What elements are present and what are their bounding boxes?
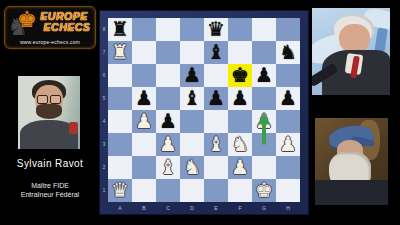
square-b8[interactable] (132, 18, 156, 41)
piece-black-bishop: ♝ (204, 41, 228, 64)
rank-label-7: 7 (100, 41, 108, 64)
rank-label-8: 8 (100, 18, 108, 41)
piece-black-pawn: ♟ (252, 64, 276, 87)
piece-black-pawn: ♟ (276, 87, 300, 110)
rank-label-1: 1 (100, 179, 108, 202)
square-e5[interactable]: ♟ (204, 87, 228, 110)
square-a5[interactable] (108, 87, 132, 110)
square-g2[interactable] (252, 156, 276, 179)
square-h3[interactable]: ♟ (276, 133, 300, 156)
europe-echecs-logo: ♞ ♚ EUROPE ECHECS www.europe-echecs.com (4, 6, 96, 49)
piece-black-bishop: ♝ (180, 87, 204, 110)
file-label-a: A (108, 204, 132, 212)
piece-black-pawn: ♟ (228, 87, 252, 110)
square-h5[interactable]: ♟ (276, 87, 300, 110)
square-d8[interactable] (180, 18, 204, 41)
square-h2[interactable] (276, 156, 300, 179)
square-f3[interactable]: ♞ (228, 133, 252, 156)
presenter-photo (18, 76, 80, 149)
square-f6[interactable]: ♚ (228, 64, 252, 87)
file-label-f: F (228, 204, 252, 212)
square-c4[interactable]: ♟ (156, 110, 180, 133)
piece-white-pawn: ♟ (228, 156, 252, 179)
square-d7[interactable] (180, 41, 204, 64)
square-c7[interactable] (156, 41, 180, 64)
piece-black-knight: ♞ (276, 41, 300, 64)
square-a3[interactable] (108, 133, 132, 156)
square-h8[interactable] (276, 18, 300, 41)
square-f2[interactable]: ♟ (228, 156, 252, 179)
square-b2[interactable] (132, 156, 156, 179)
piece-white-pawn: ♟ (276, 133, 300, 156)
square-d3[interactable] (180, 133, 204, 156)
file-label-e: E (204, 204, 228, 212)
square-b5[interactable]: ♟ (132, 87, 156, 110)
square-d4[interactable] (180, 110, 204, 133)
square-d5[interactable]: ♝ (180, 87, 204, 110)
square-a1[interactable]: ♛ (108, 179, 132, 202)
square-f1[interactable] (228, 179, 252, 202)
square-f8[interactable] (228, 18, 252, 41)
rank-labels: 87654321 (100, 18, 108, 202)
piece-white-rook: ♜ (108, 41, 132, 64)
piece-white-pawn: ♟ (156, 133, 180, 156)
square-h6[interactable] (276, 64, 300, 87)
square-c3[interactable]: ♟ (156, 133, 180, 156)
piece-black-pawn: ♟ (204, 87, 228, 110)
glasses-icon (37, 95, 61, 102)
presenter-beard (36, 104, 62, 119)
piece-black-pawn: ♟ (156, 110, 180, 133)
square-b4[interactable]: ♟ (132, 110, 156, 133)
piece-white-pawn: ♟ (132, 110, 156, 133)
piece-white-knight: ♞ (180, 156, 204, 179)
presenter-name: Sylvain Ravot (0, 158, 100, 169)
square-f7[interactable] (228, 41, 252, 64)
file-label-g: G (252, 204, 276, 212)
file-labels: ABCDEFGH (108, 204, 300, 212)
file-label-b: B (132, 204, 156, 212)
rank-label-6: 6 (100, 64, 108, 87)
rank-label-5: 5 (100, 87, 108, 110)
square-h1[interactable] (276, 179, 300, 202)
piece-black-pawn: ♟ (180, 64, 204, 87)
file-label-h: H (276, 204, 300, 212)
logo-line-2: ECHECS (41, 22, 93, 33)
piece-black-rook: ♜ (108, 18, 132, 41)
square-h7[interactable]: ♞ (276, 41, 300, 64)
square-h4[interactable] (276, 110, 300, 133)
rank-label-4: 4 (100, 110, 108, 133)
square-a4[interactable] (108, 110, 132, 133)
rank-label-3: 3 (100, 133, 108, 156)
square-e3[interactable]: ♝ (204, 133, 228, 156)
square-e6[interactable] (204, 64, 228, 87)
file-label-c: C (156, 204, 180, 212)
square-c5[interactable] (156, 87, 180, 110)
square-d6[interactable]: ♟ (180, 64, 204, 87)
square-c8[interactable] (156, 18, 180, 41)
board-squares: ♜♛♜♝♞♟♚♟♟♝♟♟♟♟♟♟♟♝♞♟♝♞♟♛♚ (108, 18, 300, 202)
square-c6[interactable] (156, 64, 180, 87)
square-d1[interactable] (180, 179, 204, 202)
file-label-d: D (180, 204, 204, 212)
square-e2[interactable] (204, 156, 228, 179)
piece-black-queen: ♛ (204, 18, 228, 41)
logo-url: www.europe-echecs.com (5, 39, 95, 45)
square-e8[interactable]: ♛ (204, 18, 228, 41)
presenter-title-trainer: Entraîneur Fédéral (0, 191, 100, 198)
commentator-photo (312, 8, 390, 95)
square-b7[interactable] (132, 41, 156, 64)
piece-white-pawn: ♟ (252, 110, 276, 133)
square-b1[interactable] (132, 179, 156, 202)
square-g4[interactable]: ♟ (252, 110, 276, 133)
square-a8[interactable]: ♜ (108, 18, 132, 41)
square-f5[interactable]: ♟ (228, 87, 252, 110)
square-e1[interactable] (204, 179, 228, 202)
piece-white-bishop: ♝ (156, 156, 180, 179)
square-g8[interactable] (252, 18, 276, 41)
piece-white-bishop: ♝ (204, 133, 228, 156)
square-d2[interactable]: ♞ (180, 156, 204, 179)
square-a2[interactable] (108, 156, 132, 179)
piece-white-queen: ♛ (108, 179, 132, 202)
square-g6[interactable]: ♟ (252, 64, 276, 87)
square-a6[interactable] (108, 64, 132, 87)
square-g5[interactable] (252, 87, 276, 110)
piece-white-knight: ♞ (228, 133, 252, 156)
rank-label-2: 2 (100, 156, 108, 179)
chess-board: 87654321 ♜♛♜♝♞♟♚♟♟♝♟♟♟♟♟♟♟♝♞♟♝♞♟♛♚ ABCDE… (100, 11, 308, 214)
square-g7[interactable] (252, 41, 276, 64)
square-f4[interactable] (228, 110, 252, 133)
square-c2[interactable]: ♝ (156, 156, 180, 179)
square-e4[interactable] (204, 110, 228, 133)
player-photo (315, 118, 388, 205)
red-wall-detail (69, 122, 78, 134)
square-b3[interactable] (132, 133, 156, 156)
piece-black-king: ♚ (228, 64, 252, 87)
piece-white-king: ♚ (252, 179, 276, 202)
square-g1[interactable]: ♚ (252, 179, 276, 202)
presenter-title-fide: Maître FIDE (0, 182, 100, 189)
square-g3[interactable] (252, 133, 276, 156)
player-sweater (315, 180, 388, 205)
square-b6[interactable] (132, 64, 156, 87)
square-c1[interactable] (156, 179, 180, 202)
square-e7[interactable]: ♝ (204, 41, 228, 64)
king-icon: ♚ (17, 9, 37, 31)
square-a7[interactable]: ♜ (108, 41, 132, 64)
piece-black-pawn: ♟ (132, 87, 156, 110)
